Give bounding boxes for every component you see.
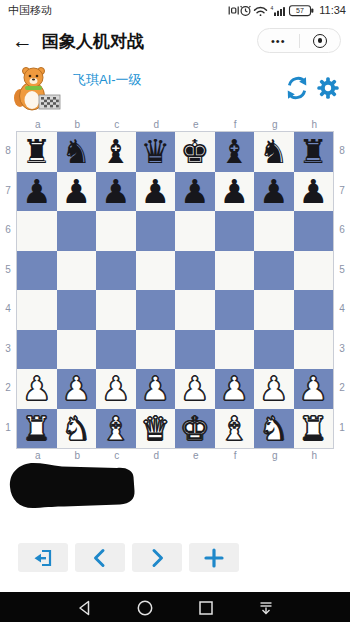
- square-f8[interactable]: ♝: [215, 132, 255, 172]
- file-labels-top: abcdefgh: [0, 119, 350, 131]
- piece-black-pawn[interactable]: ♟: [259, 172, 289, 211]
- square-h8[interactable]: ♜: [294, 132, 334, 172]
- square-b3[interactable]: [57, 330, 97, 370]
- opponent-row: 飞琪AI-一级: [0, 62, 350, 118]
- square-g7[interactable]: ♟: [254, 172, 294, 212]
- capsule-close-button[interactable]: [300, 29, 341, 52]
- piece-white-pawn[interactable]: ♟: [180, 369, 210, 408]
- file-label-g: g: [255, 119, 295, 131]
- square-f7[interactable]: ♟: [215, 172, 255, 212]
- rank-label-4: 4: [0, 289, 16, 329]
- android-hide-navbar-button[interactable]: [258, 600, 274, 616]
- android-back-button[interactable]: [77, 600, 93, 616]
- square-b4[interactable]: [57, 290, 97, 330]
- rank-label-3: 3: [0, 329, 16, 369]
- square-d7[interactable]: ♟: [136, 172, 176, 212]
- battery-icon: 57: [290, 5, 314, 15]
- file-label-h: h: [295, 119, 335, 131]
- square-c3[interactable]: [96, 330, 136, 370]
- file-label-e: e: [176, 450, 216, 462]
- file-label-d: d: [137, 119, 177, 131]
- square-g6[interactable]: [254, 211, 294, 251]
- rank-label-3: 3: [334, 329, 350, 369]
- square-g5[interactable]: [254, 251, 294, 291]
- piece-white-pawn[interactable]: ♟: [298, 369, 328, 408]
- piece-white-pawn[interactable]: ♟: [61, 369, 91, 408]
- piece-white-bishop[interactable]: ♝: [219, 409, 249, 448]
- status-icon-cluster: 4 57: [228, 3, 316, 18]
- square-e5[interactable]: [175, 251, 215, 291]
- square-g8[interactable]: ♞: [254, 132, 294, 172]
- piece-black-pawn[interactable]: ♟: [61, 172, 91, 211]
- square-d4[interactable]: [136, 290, 176, 330]
- square-c8[interactable]: ♝: [96, 132, 136, 172]
- square-e8[interactable]: ♚: [175, 132, 215, 172]
- piece-black-rook[interactable]: ♜: [22, 132, 52, 171]
- alarm-icon: [241, 6, 251, 15]
- square-f3[interactable]: [215, 330, 255, 370]
- file-label-a: a: [18, 119, 58, 131]
- more-options-button[interactable]: •••: [258, 29, 299, 52]
- square-a8[interactable]: ♜: [17, 132, 57, 172]
- new-game-button[interactable]: [189, 543, 239, 572]
- svg-text:4: 4: [271, 4, 274, 10]
- square-e3[interactable]: [175, 330, 215, 370]
- square-c1[interactable]: ♝: [96, 409, 136, 449]
- piece-black-pawn[interactable]: ♟: [298, 172, 328, 211]
- plus-icon: [204, 548, 224, 568]
- square-d5[interactable]: [136, 251, 176, 291]
- rank-label-4: 4: [334, 289, 350, 329]
- square-e1[interactable]: ♚: [175, 409, 215, 449]
- board-grid: ♜♞♝♛♚♝♞♜♟♟♟♟♟♟♟♟♟♟♟♟♟♟♟♟♜♞♝♛♚♝♞♜: [16, 131, 334, 449]
- square-g2[interactable]: ♟: [254, 369, 294, 409]
- mini-chessboard: [39, 95, 60, 109]
- next-move-button[interactable]: [132, 543, 182, 572]
- screen: 中国移动: [0, 0, 350, 622]
- status-bar: 中国移动: [0, 0, 350, 20]
- status-icons: 4 57 11:34: [228, 3, 346, 18]
- square-f4[interactable]: [215, 290, 255, 330]
- file-label-d: d: [137, 450, 177, 462]
- rank-label-7: 7: [334, 171, 350, 211]
- piece-black-bishop[interactable]: ♝: [219, 132, 249, 171]
- android-recents-button[interactable]: [198, 600, 214, 616]
- square-f5[interactable]: [215, 251, 255, 291]
- exit-door-icon: [33, 548, 53, 568]
- square-e2[interactable]: ♟: [175, 369, 215, 409]
- redaction-scribble: [4, 460, 138, 512]
- square-a4[interactable]: [17, 290, 57, 330]
- piece-white-bishop[interactable]: ♝: [101, 409, 131, 448]
- square-h6[interactable]: [294, 211, 334, 251]
- file-label-f: f: [216, 119, 256, 131]
- file-label-b: b: [58, 119, 98, 131]
- square-a7[interactable]: ♟: [17, 172, 57, 212]
- clock-time: 11:34: [319, 4, 346, 16]
- square-b5[interactable]: [57, 251, 97, 291]
- square-g3[interactable]: [254, 330, 294, 370]
- rank-label-5: 5: [334, 250, 350, 290]
- app-nav: ← 国象人机对战 •••: [0, 20, 350, 62]
- rank-labels-right: 87654321: [334, 131, 350, 449]
- svg-text:57: 57: [296, 7, 304, 14]
- chess-board: abcdefgh 87654321 ♜♞♝♛♚♝♞♜♟♟♟♟♟♟♟♟♟♟♟♟♟♟…: [0, 119, 350, 462]
- rank-labels-left: 87654321: [0, 131, 16, 449]
- piece-black-pawn[interactable]: ♟: [101, 172, 131, 211]
- square-d2[interactable]: ♟: [136, 369, 176, 409]
- ellipsis-icon: •••: [271, 36, 286, 46]
- piece-white-queen[interactable]: ♛: [140, 409, 170, 448]
- square-b8[interactable]: ♞: [57, 132, 97, 172]
- square-c2[interactable]: ♟: [96, 369, 136, 409]
- refresh-button[interactable]: [285, 76, 309, 100]
- piece-white-pawn[interactable]: ♟: [259, 369, 289, 408]
- android-nav-bar: [0, 592, 350, 622]
- android-home-button[interactable]: [137, 600, 153, 616]
- square-b1[interactable]: ♞: [57, 409, 97, 449]
- square-h4[interactable]: [294, 290, 334, 330]
- square-a6[interactable]: [17, 211, 57, 251]
- square-c7[interactable]: ♟: [96, 172, 136, 212]
- rank-label-7: 7: [0, 171, 16, 211]
- piece-black-knight[interactable]: ♞: [259, 132, 289, 171]
- square-b6[interactable]: [57, 211, 97, 251]
- file-label-h: h: [295, 450, 335, 462]
- square-h3[interactable]: [294, 330, 334, 370]
- square-g1[interactable]: ♞: [254, 409, 294, 449]
- piece-white-rook[interactable]: ♜: [22, 409, 52, 448]
- carrier-label: 中国移动: [8, 3, 52, 18]
- wifi-icon: [255, 7, 267, 16]
- opponent-name: 飞琪AI-一级: [73, 71, 142, 89]
- square-c5[interactable]: [96, 251, 136, 291]
- target-circle-icon: [313, 34, 327, 48]
- rank-label-1: 1: [0, 408, 16, 448]
- square-b2[interactable]: ♟: [57, 369, 97, 409]
- piece-black-king[interactable]: ♚: [180, 132, 210, 171]
- square-e6[interactable]: [175, 211, 215, 251]
- piece-white-king[interactable]: ♚: [180, 409, 210, 448]
- rank-label-1: 1: [334, 408, 350, 448]
- square-h2[interactable]: ♟: [294, 369, 334, 409]
- square-b7[interactable]: ♟: [57, 172, 97, 212]
- file-label-e: e: [176, 119, 216, 131]
- exit-button[interactable]: [18, 543, 68, 572]
- game-toolbar: [18, 543, 239, 572]
- piece-black-pawn[interactable]: ♟: [140, 172, 170, 211]
- rank-label-6: 6: [334, 210, 350, 250]
- piece-white-pawn[interactable]: ♟: [22, 369, 52, 408]
- piece-white-knight[interactable]: ♞: [61, 409, 91, 448]
- piece-black-rook[interactable]: ♜: [298, 132, 328, 171]
- signal-icon: 4: [271, 4, 286, 15]
- square-a3[interactable]: [17, 330, 57, 370]
- rank-label-8: 8: [0, 131, 16, 171]
- rank-label-2: 2: [334, 368, 350, 408]
- square-a1[interactable]: ♜: [17, 409, 57, 449]
- square-h7[interactable]: ♟: [294, 172, 334, 212]
- square-c6[interactable]: [96, 211, 136, 251]
- square-c4[interactable]: [96, 290, 136, 330]
- square-d8[interactable]: ♛: [136, 132, 176, 172]
- piece-black-pawn[interactable]: ♟: [180, 172, 210, 211]
- piece-white-pawn[interactable]: ♟: [219, 369, 249, 408]
- file-label-c: c: [97, 119, 137, 131]
- file-label-f: f: [216, 450, 256, 462]
- chevron-right-icon: [148, 548, 166, 568]
- square-h1[interactable]: ♜: [294, 409, 334, 449]
- rank-label-2: 2: [0, 368, 16, 408]
- piece-black-bishop[interactable]: ♝: [101, 132, 131, 171]
- rank-label-8: 8: [334, 131, 350, 171]
- rank-label-5: 5: [0, 250, 16, 290]
- back-button[interactable]: ←: [12, 27, 33, 55]
- piece-white-knight[interactable]: ♞: [259, 409, 289, 448]
- square-g4[interactable]: [254, 290, 294, 330]
- piece-white-pawn[interactable]: ♟: [101, 369, 131, 408]
- square-d1[interactable]: ♛: [136, 409, 176, 449]
- rank-label-6: 6: [0, 210, 16, 250]
- square-d6[interactable]: [136, 211, 176, 251]
- piece-black-pawn[interactable]: ♟: [22, 172, 52, 211]
- prev-move-button[interactable]: [75, 543, 125, 572]
- square-e4[interactable]: [175, 290, 215, 330]
- avatar: [12, 64, 62, 114]
- piece-black-pawn[interactable]: ♟: [219, 172, 249, 211]
- piece-white-pawn[interactable]: ♟: [140, 369, 170, 408]
- chevron-left-icon: [91, 548, 109, 568]
- piece-black-knight[interactable]: ♞: [61, 132, 91, 171]
- file-label-g: g: [255, 450, 295, 462]
- square-h5[interactable]: [294, 251, 334, 291]
- settings-gear-button[interactable]: [316, 76, 340, 100]
- square-f6[interactable]: [215, 211, 255, 251]
- page-title: 国象人机对战: [42, 30, 144, 53]
- square-a2[interactable]: ♟: [17, 369, 57, 409]
- square-f2[interactable]: ♟: [215, 369, 255, 409]
- square-d3[interactable]: [136, 330, 176, 370]
- square-e7[interactable]: ♟: [175, 172, 215, 212]
- volte-icon: [229, 6, 238, 14]
- square-a5[interactable]: [17, 251, 57, 291]
- piece-white-rook[interactable]: ♜: [298, 409, 328, 448]
- square-f1[interactable]: ♝: [215, 409, 255, 449]
- piece-black-queen[interactable]: ♛: [140, 132, 170, 171]
- miniprogram-capsule: •••: [257, 28, 341, 53]
